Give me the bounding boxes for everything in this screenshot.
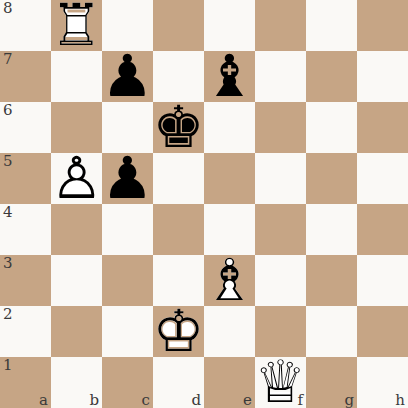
square-f7[interactable] <box>255 51 306 102</box>
square-f8[interactable] <box>255 0 306 51</box>
square-d4[interactable] <box>153 204 204 255</box>
square-e4[interactable] <box>204 204 255 255</box>
file-label-g: g <box>344 392 354 408</box>
square-d5[interactable] <box>153 153 204 204</box>
square-e6[interactable] <box>204 102 255 153</box>
white-pawn-icon: ♟♙ <box>51 153 102 204</box>
square-b3[interactable] <box>51 255 102 306</box>
square-b8[interactable]: ♜♖ <box>51 0 102 51</box>
square-e2[interactable] <box>204 306 255 357</box>
square-f6[interactable] <box>255 102 306 153</box>
square-b6[interactable] <box>51 102 102 153</box>
file-label-f: f <box>297 392 303 408</box>
white-bishop-icon: ♝♗ <box>204 255 255 306</box>
square-a3[interactable]: 3 <box>0 255 51 306</box>
square-e3[interactable]: ♝♗ <box>204 255 255 306</box>
file-label-b: b <box>89 392 99 408</box>
square-h6[interactable] <box>357 102 408 153</box>
square-g8[interactable] <box>306 0 357 51</box>
square-c3[interactable] <box>102 255 153 306</box>
square-g1[interactable]: g <box>306 357 357 408</box>
square-c1[interactable]: c <box>102 357 153 408</box>
square-h5[interactable] <box>357 153 408 204</box>
square-h8[interactable] <box>357 0 408 51</box>
black-king-icon: ♚ <box>153 102 204 153</box>
rank-label-2: 2 <box>3 306 13 323</box>
square-g7[interactable] <box>306 51 357 102</box>
square-h3[interactable] <box>357 255 408 306</box>
square-b5[interactable]: ♟♙ <box>51 153 102 204</box>
black-bishop-icon: ♝ <box>204 51 255 102</box>
square-f2[interactable] <box>255 306 306 357</box>
square-a1[interactable]: 1a <box>0 357 51 408</box>
square-f3[interactable] <box>255 255 306 306</box>
square-b7[interactable] <box>51 51 102 102</box>
square-h7[interactable] <box>357 51 408 102</box>
white-rook-icon: ♜♖ <box>51 0 102 51</box>
square-c2[interactable] <box>102 306 153 357</box>
file-label-e: e <box>243 392 252 408</box>
rank-label-4: 4 <box>3 204 13 221</box>
square-a2[interactable]: 2 <box>0 306 51 357</box>
square-c5[interactable]: ♟ <box>102 153 153 204</box>
square-h1[interactable]: h <box>357 357 408 408</box>
square-e1[interactable]: e <box>204 357 255 408</box>
file-label-h: h <box>395 392 405 408</box>
square-d3[interactable] <box>153 255 204 306</box>
square-c8[interactable] <box>102 0 153 51</box>
square-a6[interactable]: 6 <box>0 102 51 153</box>
square-a7[interactable]: 7 <box>0 51 51 102</box>
square-a8[interactable]: 8 <box>0 0 51 51</box>
square-h4[interactable] <box>357 204 408 255</box>
square-g4[interactable] <box>306 204 357 255</box>
square-a4[interactable]: 4 <box>0 204 51 255</box>
rank-label-3: 3 <box>3 255 13 272</box>
square-g6[interactable] <box>306 102 357 153</box>
square-g2[interactable] <box>306 306 357 357</box>
square-c4[interactable] <box>102 204 153 255</box>
file-label-c: c <box>142 392 150 408</box>
rank-label-6: 6 <box>3 102 13 119</box>
black-pawn-icon: ♟ <box>102 51 153 102</box>
white-king-icon: ♚♔ <box>153 306 204 357</box>
square-e8[interactable] <box>204 0 255 51</box>
rank-label-5: 5 <box>3 153 13 170</box>
square-e7[interactable]: ♝ <box>204 51 255 102</box>
square-d8[interactable] <box>153 0 204 51</box>
square-e5[interactable] <box>204 153 255 204</box>
square-c7[interactable]: ♟ <box>102 51 153 102</box>
square-g3[interactable] <box>306 255 357 306</box>
chess-board: 8♜♖7♟♝6♚5♟♙♟43♝♗2♚♔1abcdef♛♕gh <box>0 0 408 408</box>
square-c6[interactable] <box>102 102 153 153</box>
black-pawn-icon: ♟ <box>102 153 153 204</box>
rank-label-1: 1 <box>3 357 13 374</box>
file-label-d: d <box>191 392 201 408</box>
square-g5[interactable] <box>306 153 357 204</box>
square-d2[interactable]: ♚♔ <box>153 306 204 357</box>
square-d7[interactable] <box>153 51 204 102</box>
square-d1[interactable]: d <box>153 357 204 408</box>
square-h2[interactable] <box>357 306 408 357</box>
rank-label-8: 8 <box>3 0 13 17</box>
rank-label-7: 7 <box>3 51 13 68</box>
square-d6[interactable]: ♚ <box>153 102 204 153</box>
square-f5[interactable] <box>255 153 306 204</box>
square-f4[interactable] <box>255 204 306 255</box>
square-a5[interactable]: 5 <box>0 153 51 204</box>
square-b2[interactable] <box>51 306 102 357</box>
square-b4[interactable] <box>51 204 102 255</box>
file-label-a: a <box>39 392 48 408</box>
square-f1[interactable]: f♛♕ <box>255 357 306 408</box>
square-b1[interactable]: b <box>51 357 102 408</box>
